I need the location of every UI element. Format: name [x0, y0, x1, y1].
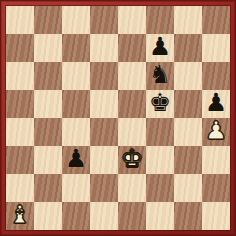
square-a4[interactable] — [6, 118, 34, 146]
square-h6[interactable] — [202, 62, 230, 90]
square-h4[interactable]: ♟ — [202, 118, 230, 146]
square-g6[interactable] — [174, 62, 202, 90]
square-e3[interactable]: ♚ — [118, 146, 146, 174]
square-c3[interactable]: ♟ — [62, 146, 90, 174]
square-b8[interactable] — [34, 6, 62, 34]
square-f7[interactable]: ♟ — [146, 34, 174, 62]
square-g1[interactable] — [174, 202, 202, 230]
square-b6[interactable] — [34, 62, 62, 90]
square-g7[interactable] — [174, 34, 202, 62]
square-g2[interactable] — [174, 174, 202, 202]
square-g5[interactable] — [174, 90, 202, 118]
square-c2[interactable] — [62, 174, 90, 202]
square-g4[interactable] — [174, 118, 202, 146]
square-c1[interactable] — [62, 202, 90, 230]
square-e6[interactable] — [118, 62, 146, 90]
square-b3[interactable] — [34, 146, 62, 174]
square-c7[interactable] — [62, 34, 90, 62]
square-a2[interactable] — [6, 174, 34, 202]
black-knight-f6[interactable]: ♞ — [149, 61, 171, 89]
square-d1[interactable] — [90, 202, 118, 230]
square-b5[interactable] — [34, 90, 62, 118]
square-c4[interactable] — [62, 118, 90, 146]
square-b4[interactable] — [34, 118, 62, 146]
square-e8[interactable] — [118, 6, 146, 34]
square-d4[interactable] — [90, 118, 118, 146]
square-g3[interactable] — [174, 146, 202, 174]
square-a6[interactable] — [6, 62, 34, 90]
square-d7[interactable] — [90, 34, 118, 62]
square-c8[interactable] — [62, 6, 90, 34]
square-f1[interactable] — [146, 202, 174, 230]
square-f4[interactable] — [146, 118, 174, 146]
board-border: ♟♞♚♟♟♟♚♝ — [0, 0, 236, 236]
square-b7[interactable] — [34, 34, 62, 62]
black-pawn-c3[interactable]: ♟ — [65, 145, 87, 173]
square-f6[interactable]: ♞ — [146, 62, 174, 90]
square-h8[interactable] — [202, 6, 230, 34]
square-b2[interactable] — [34, 174, 62, 202]
square-a3[interactable] — [6, 146, 34, 174]
square-d3[interactable] — [90, 146, 118, 174]
square-a7[interactable] — [6, 34, 34, 62]
square-e1[interactable] — [118, 202, 146, 230]
square-c5[interactable] — [62, 90, 90, 118]
square-h5[interactable]: ♟ — [202, 90, 230, 118]
square-h3[interactable] — [202, 146, 230, 174]
square-h2[interactable] — [202, 174, 230, 202]
chess-board: ♟♞♚♟♟♟♚♝ — [6, 6, 230, 230]
white-pawn-h4[interactable]: ♟ — [205, 117, 227, 145]
square-e7[interactable] — [118, 34, 146, 62]
square-e5[interactable] — [118, 90, 146, 118]
black-pawn-h5[interactable]: ♟ — [205, 89, 227, 117]
square-a1[interactable]: ♝ — [6, 202, 34, 230]
square-f3[interactable] — [146, 146, 174, 174]
square-h1[interactable] — [202, 202, 230, 230]
square-e4[interactable] — [118, 118, 146, 146]
black-king-f5[interactable]: ♚ — [149, 89, 171, 117]
square-f5[interactable]: ♚ — [146, 90, 174, 118]
square-a8[interactable] — [6, 6, 34, 34]
square-a5[interactable] — [6, 90, 34, 118]
square-f8[interactable] — [146, 6, 174, 34]
square-d5[interactable] — [90, 90, 118, 118]
square-e2[interactable] — [118, 174, 146, 202]
square-d2[interactable] — [90, 174, 118, 202]
square-b1[interactable] — [34, 202, 62, 230]
white-bishop-a1[interactable]: ♝ — [9, 201, 31, 229]
black-pawn-f7[interactable]: ♟ — [149, 33, 171, 61]
square-g8[interactable] — [174, 6, 202, 34]
square-c6[interactable] — [62, 62, 90, 90]
square-h7[interactable] — [202, 34, 230, 62]
square-d6[interactable] — [90, 62, 118, 90]
square-f2[interactable] — [146, 174, 174, 202]
square-d8[interactable] — [90, 6, 118, 34]
white-king-e3[interactable]: ♚ — [121, 145, 143, 173]
